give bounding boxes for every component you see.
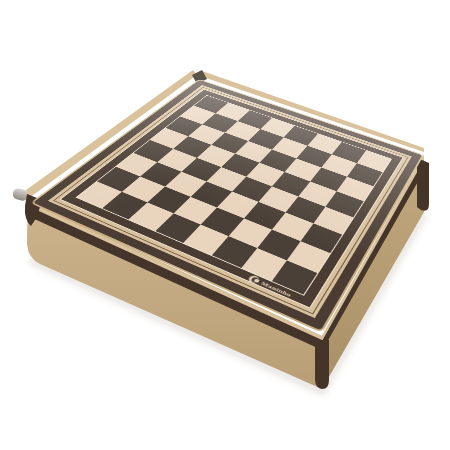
product-photo: Maninho bbox=[0, 0, 450, 450]
corner-strip-front bbox=[315, 340, 329, 389]
corner-strip-right bbox=[417, 158, 429, 211]
